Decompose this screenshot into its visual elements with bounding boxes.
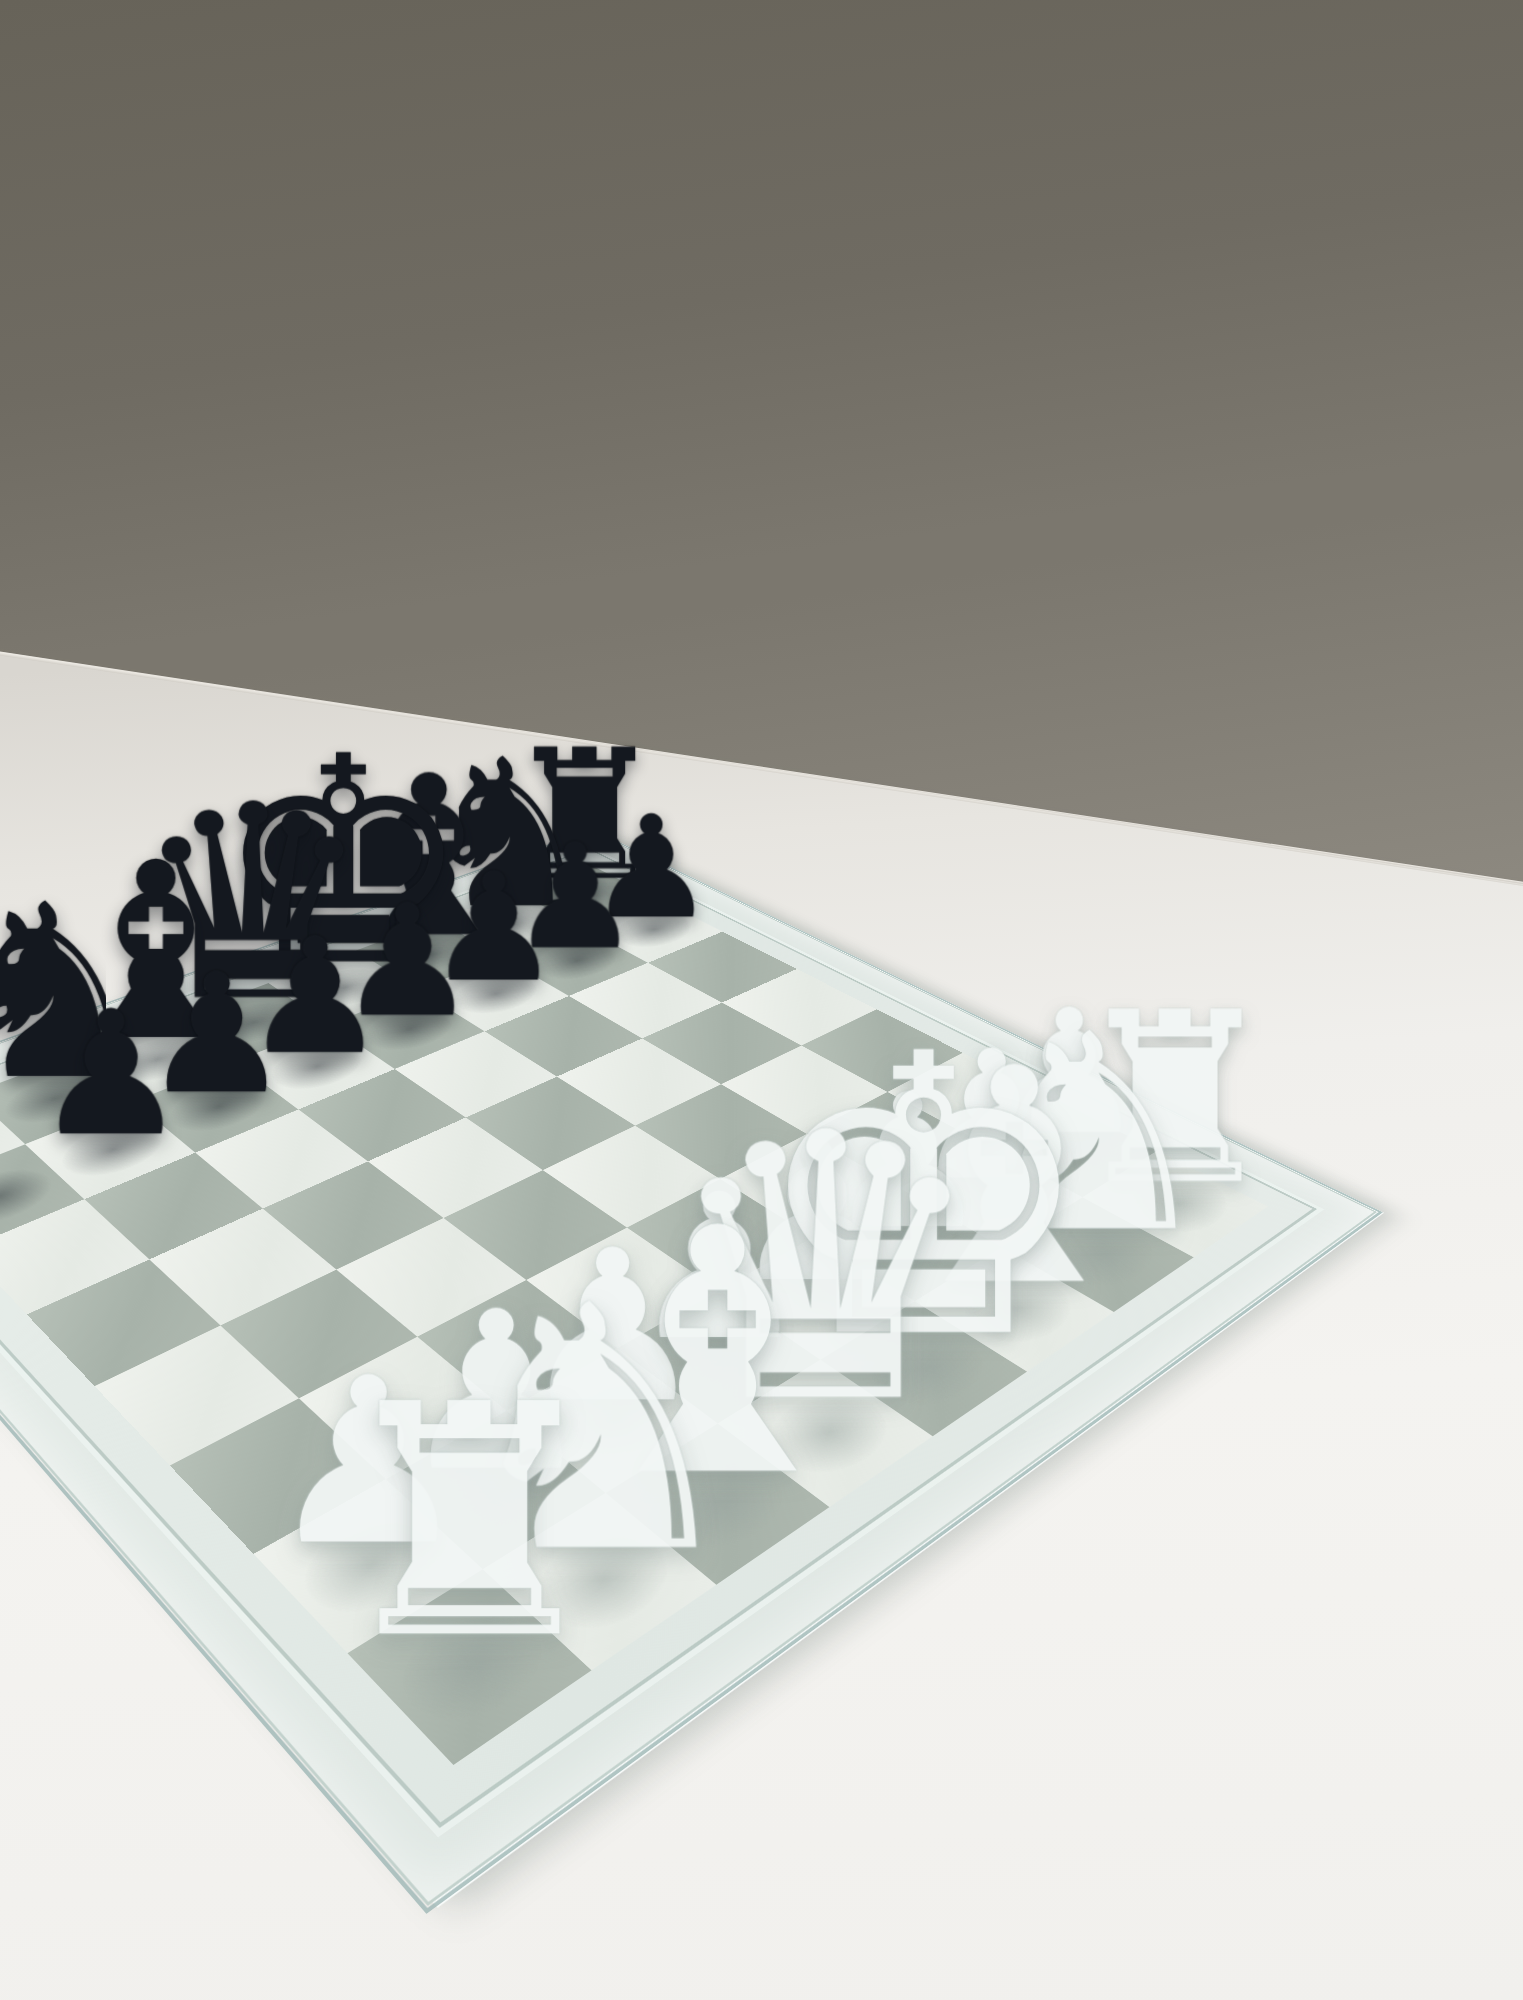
board-grid: ♜♞♝♛♚♝♞♜♟♟♟♟♟♟♟♟♟♟♟♟♟♟♟♟♜♞♝♛♚♝♞♜ [0,864,1268,1765]
board-perspective-wrapper: ♜♞♝♛♚♝♞♜♟♟♟♟♟♟♟♟♟♟♟♟♟♟♟♟♜♞♝♛♚♝♞♜ [0,595,1115,1745]
piece-black-pawn-a7[interactable]: ♟ [0,1035,76,1199]
photo-scene: ♜♞♝♛♚♝♞♜♟♟♟♟♟♟♟♟♟♟♟♟♟♟♟♟♜♞♝♛♚♝♞♜ [0,0,1523,2000]
square-a1[interactable]: ♜ [347,1569,591,1765]
piece-white-rook-a1[interactable]: ♜ [326,1376,613,1670]
